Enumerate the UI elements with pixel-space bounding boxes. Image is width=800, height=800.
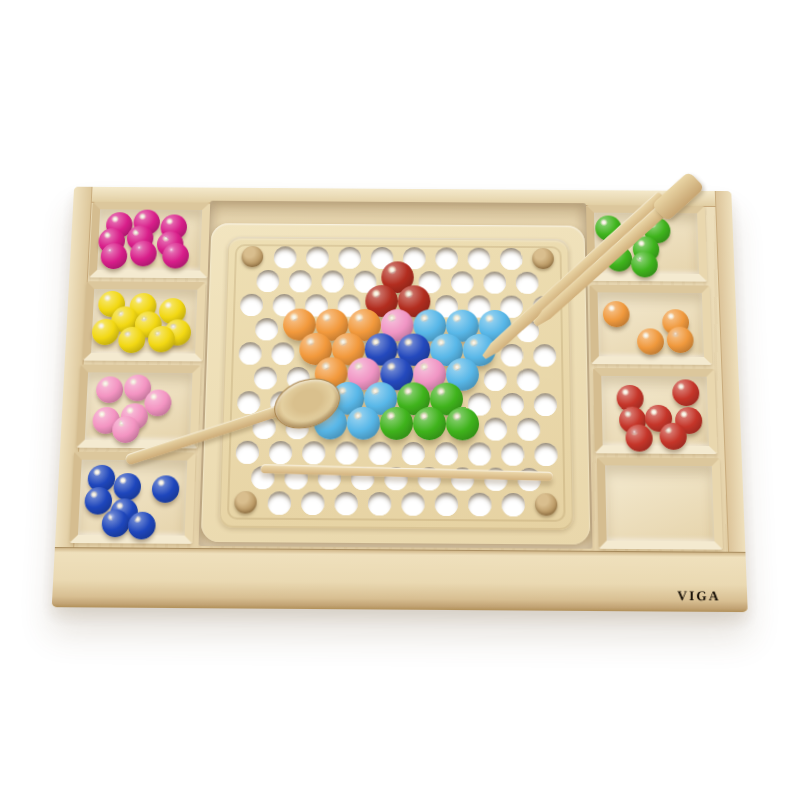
bead-green[interactable] xyxy=(446,407,479,440)
product-photo: VIGA xyxy=(0,0,800,800)
wooden-game-box: VIGA xyxy=(52,187,748,612)
bead-sky-blue[interactable] xyxy=(347,406,380,439)
board-beads xyxy=(52,187,748,612)
bead-green[interactable] xyxy=(380,406,413,439)
bead-green[interactable] xyxy=(413,407,446,440)
